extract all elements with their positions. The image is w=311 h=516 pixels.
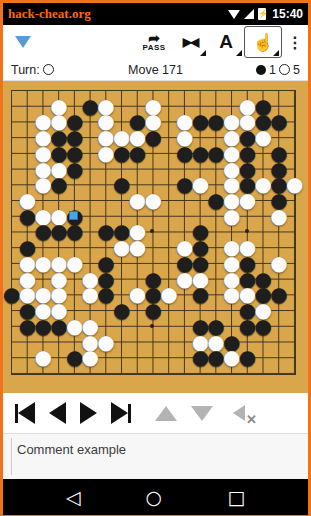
back-icon[interactable]: ◁ <box>66 479 81 515</box>
black-capture-count: 1 <box>269 63 276 77</box>
game-info-bar: Turn: Move 171 1 5 <box>3 59 308 81</box>
black-stone[interactable]: ● <box>3 286 19 302</box>
corner-fold-icon <box>236 50 242 56</box>
black-stone[interactable]: ● <box>82 98 98 114</box>
skip-to-end-button[interactable] <box>111 402 131 424</box>
black-stone[interactable]: ● <box>192 145 208 161</box>
white-stone[interactable]: ● <box>270 255 286 271</box>
bowtie-icon: ▶◀ <box>183 35 197 49</box>
black-stone[interactable]: ● <box>270 286 286 302</box>
white-capture-count: 5 <box>293 63 300 77</box>
black-stone[interactable]: ● <box>176 145 192 161</box>
battery-icon: ⚡ <box>258 8 266 20</box>
status-bar: hack-cheat.org ⚡ 15:40 <box>3 3 308 25</box>
white-stone[interactable]: ● <box>255 129 271 145</box>
recents-icon[interactable]: □ <box>227 479 245 515</box>
black-stone[interactable]: ● <box>239 318 255 334</box>
black-stone[interactable]: ● <box>113 145 129 161</box>
black-stone[interactable]: ● <box>34 318 50 334</box>
black-stone[interactable]: ● <box>19 318 35 334</box>
black-stone[interactable]: ● <box>19 208 35 224</box>
black-stone[interactable]: ● <box>50 176 66 192</box>
move-number: Move 171 <box>91 63 220 77</box>
letter-a-icon: A <box>219 31 233 53</box>
white-stone[interactable]: ● <box>97 334 113 350</box>
white-stone[interactable]: ● <box>223 208 239 224</box>
comment-area[interactable]: Comment example <box>3 433 308 479</box>
black-stone[interactable]: ● <box>66 161 82 177</box>
sound-muted-icon[interactable]: ✕ <box>233 403 255 423</box>
white-stone[interactable]: ● <box>82 349 98 365</box>
white-stone[interactable]: ● <box>82 286 98 302</box>
black-stone[interactable]: ● <box>192 113 208 129</box>
black-stone[interactable]: ● <box>239 349 255 365</box>
variation-mode-button[interactable]: ▶◀ <box>172 27 208 57</box>
white-stone[interactable]: ● <box>66 318 82 334</box>
previous-variation-button-disabled[interactable] <box>155 406 177 421</box>
previous-move-button[interactable] <box>49 402 66 424</box>
white-stone[interactable]: ● <box>286 176 302 192</box>
cell-signal-icon <box>244 9 254 19</box>
white-stone[interactable]: ● <box>176 271 192 287</box>
comment-text: Comment example <box>3 434 308 457</box>
white-stone[interactable]: ● <box>255 176 271 192</box>
white-stone[interactable]: ● <box>97 145 113 161</box>
black-stone[interactable]: ● <box>207 113 223 129</box>
black-stone[interactable]: ● <box>144 129 160 145</box>
black-stone[interactable]: ● <box>50 318 66 334</box>
black-stone[interactable]: ● <box>192 286 208 302</box>
black-stone[interactable]: ● <box>97 286 113 302</box>
white-turn-icon <box>43 64 54 75</box>
white-stone[interactable]: ● <box>160 286 176 302</box>
hand-pointer-icon: ☝ <box>252 32 273 53</box>
toolbar: ➦ PASS ▶◀ A ☝ ⋮ <box>3 25 308 59</box>
blue-dropdown-triangle-icon[interactable] <box>15 36 31 48</box>
white-stone[interactable]: ● <box>66 255 82 271</box>
black-stone[interactable]: ● <box>34 223 50 239</box>
white-stone[interactable]: ● <box>223 349 239 365</box>
black-stone[interactable]: ● <box>144 302 160 318</box>
white-stone[interactable]: ● <box>129 286 145 302</box>
white-stone[interactable]: ● <box>129 192 145 208</box>
pass-arrow-icon: ➦ <box>148 33 160 43</box>
black-stone-icon <box>256 65 266 75</box>
white-stone[interactable]: ● <box>239 192 255 208</box>
white-stone[interactable]: ● <box>113 239 129 255</box>
corner-fold-icon <box>200 50 206 56</box>
screenshot-frame: hack-cheat.org ⚡ 15:40 ➦ PASS ▶◀ A ☝ <box>0 0 311 516</box>
black-stone[interactable]: ● <box>66 349 82 365</box>
go-board[interactable]: ●●●●●●●●●●●●●●●●●●●●●●●●●●●●●●●●●●●●●●●●… <box>3 81 308 393</box>
turn-label: Turn: <box>11 63 40 77</box>
navigation-controls: ✕ <box>3 393 308 433</box>
white-stone-icon <box>279 64 290 75</box>
corner-fold-icon <box>273 50 279 56</box>
play-mode-button-selected[interactable]: ☝ <box>244 26 282 58</box>
black-stone[interactable]: ● <box>113 302 129 318</box>
black-stone[interactable]: ● <box>192 349 208 365</box>
comment-scroll-line <box>11 438 12 475</box>
black-stone[interactable]: ● <box>176 176 192 192</box>
clock-time: 15:40 <box>272 7 303 21</box>
white-stone[interactable]: ● <box>129 239 145 255</box>
black-stone[interactable]: ● <box>207 349 223 365</box>
black-stone[interactable]: ● <box>113 176 129 192</box>
black-stone[interactable]: ● <box>207 192 223 208</box>
annotation-mode-button[interactable]: A <box>208 27 244 57</box>
black-stone[interactable]: ● <box>207 145 223 161</box>
next-variation-button-disabled[interactable] <box>191 406 213 421</box>
black-stone[interactable]: ● <box>66 223 82 239</box>
white-stone[interactable]: ● <box>223 286 239 302</box>
white-stone[interactable]: ● <box>34 255 50 271</box>
watermark-site-label: hack-cheat.org <box>8 6 228 22</box>
home-icon[interactable]: ○ <box>146 479 163 515</box>
white-stone[interactable]: ● <box>192 176 208 192</box>
overflow-menu-button[interactable]: ⋮ <box>282 33 308 52</box>
white-stone[interactable]: ● <box>34 349 50 365</box>
black-stone[interactable]: ● <box>129 145 145 161</box>
white-stone[interactable]: ● <box>144 192 160 208</box>
black-stone[interactable]: ● <box>255 318 271 334</box>
white-stone[interactable]: ● <box>270 208 286 224</box>
last-move-marker <box>69 211 78 220</box>
pass-button[interactable]: ➦ PASS <box>136 27 172 57</box>
skip-to-start-button[interactable] <box>15 402 35 424</box>
wifi-icon <box>228 10 240 19</box>
white-stone[interactable]: ● <box>34 176 50 192</box>
next-move-button[interactable] <box>80 402 97 424</box>
black-stone[interactable]: ● <box>50 223 66 239</box>
black-stone[interactable]: ● <box>270 113 286 129</box>
black-stone[interactable]: ● <box>97 223 113 239</box>
android-nav-bar: ◁ ○ □ <box>3 479 308 515</box>
